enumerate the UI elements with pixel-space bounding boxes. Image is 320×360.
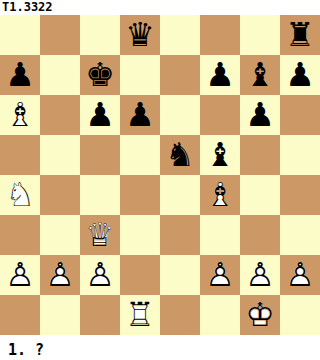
move-prompt: 1. ? <box>0 335 320 360</box>
white-king: ♚♔ <box>240 295 280 335</box>
square-a7[interactable]: ♟ <box>0 55 40 95</box>
square-g7[interactable]: ♝ <box>240 55 280 95</box>
square-g2[interactable]: ♟♙ <box>240 255 280 295</box>
square-d8[interactable]: ♛ <box>120 15 160 55</box>
black-bishop: ♝ <box>240 55 280 95</box>
square-h1[interactable] <box>280 295 320 335</box>
square-h7[interactable]: ♟ <box>280 55 320 95</box>
black-pawn: ♟ <box>80 95 120 135</box>
square-e6[interactable] <box>160 95 200 135</box>
square-g8[interactable] <box>240 15 280 55</box>
square-e2[interactable] <box>160 255 200 295</box>
black-pawn: ♟ <box>240 95 280 135</box>
square-b5[interactable] <box>40 135 80 175</box>
square-e4[interactable] <box>160 175 200 215</box>
square-b4[interactable] <box>40 175 80 215</box>
square-b7[interactable] <box>40 55 80 95</box>
square-f5[interactable]: ♝ <box>200 135 240 175</box>
square-h4[interactable] <box>280 175 320 215</box>
white-pawn: ♟♙ <box>240 255 280 295</box>
square-f3[interactable] <box>200 215 240 255</box>
square-e7[interactable] <box>160 55 200 95</box>
square-b8[interactable] <box>40 15 80 55</box>
square-a5[interactable] <box>0 135 40 175</box>
square-f1[interactable] <box>200 295 240 335</box>
square-d7[interactable] <box>120 55 160 95</box>
puzzle-title: T1.3322 <box>0 0 320 15</box>
square-e8[interactable] <box>160 15 200 55</box>
white-queen: ♛♕ <box>80 215 120 255</box>
square-c4[interactable] <box>80 175 120 215</box>
square-a6[interactable]: ♝♗ <box>0 95 40 135</box>
black-knight: ♞ <box>160 135 200 175</box>
square-b3[interactable] <box>40 215 80 255</box>
square-a8[interactable] <box>0 15 40 55</box>
square-f8[interactable] <box>200 15 240 55</box>
square-h3[interactable] <box>280 215 320 255</box>
square-a2[interactable]: ♟♙ <box>0 255 40 295</box>
square-c2[interactable]: ♟♙ <box>80 255 120 295</box>
square-h8[interactable]: ♜ <box>280 15 320 55</box>
square-b2[interactable]: ♟♙ <box>40 255 80 295</box>
black-rook: ♜ <box>280 15 320 55</box>
square-b6[interactable] <box>40 95 80 135</box>
square-d2[interactable] <box>120 255 160 295</box>
square-d5[interactable] <box>120 135 160 175</box>
square-g1[interactable]: ♚♔ <box>240 295 280 335</box>
white-pawn: ♟♙ <box>40 255 80 295</box>
chess-board: ♛♜♟♚♟♝♟♝♗♟♟♟♞♝♞♘♝♗♛♕♟♙♟♙♟♙♟♙♟♙♟♙♜♖♚♔ <box>0 15 320 335</box>
square-g5[interactable] <box>240 135 280 175</box>
black-king: ♚ <box>80 55 120 95</box>
square-a4[interactable]: ♞♘ <box>0 175 40 215</box>
square-g4[interactable] <box>240 175 280 215</box>
square-h2[interactable]: ♟♙ <box>280 255 320 295</box>
square-c1[interactable] <box>80 295 120 335</box>
black-pawn: ♟ <box>0 55 40 95</box>
white-pawn: ♟♙ <box>80 255 120 295</box>
square-c6[interactable]: ♟ <box>80 95 120 135</box>
square-g6[interactable]: ♟ <box>240 95 280 135</box>
black-queen: ♛ <box>120 15 160 55</box>
square-a3[interactable] <box>0 215 40 255</box>
square-f7[interactable]: ♟ <box>200 55 240 95</box>
square-d3[interactable] <box>120 215 160 255</box>
white-bishop: ♝♗ <box>200 175 240 215</box>
square-f6[interactable] <box>200 95 240 135</box>
square-h6[interactable] <box>280 95 320 135</box>
white-knight: ♞♘ <box>0 175 40 215</box>
square-f4[interactable]: ♝♗ <box>200 175 240 215</box>
square-e1[interactable] <box>160 295 200 335</box>
white-rook: ♜♖ <box>120 295 160 335</box>
square-d4[interactable] <box>120 175 160 215</box>
square-e3[interactable] <box>160 215 200 255</box>
square-c5[interactable] <box>80 135 120 175</box>
square-c8[interactable] <box>80 15 120 55</box>
white-pawn: ♟♙ <box>0 255 40 295</box>
square-f2[interactable]: ♟♙ <box>200 255 240 295</box>
black-pawn: ♟ <box>120 95 160 135</box>
black-bishop: ♝ <box>200 135 240 175</box>
square-e5[interactable]: ♞ <box>160 135 200 175</box>
square-a1[interactable] <box>0 295 40 335</box>
white-pawn: ♟♙ <box>200 255 240 295</box>
square-b1[interactable] <box>40 295 80 335</box>
square-h5[interactable] <box>280 135 320 175</box>
square-g3[interactable] <box>240 215 280 255</box>
square-c7[interactable]: ♚ <box>80 55 120 95</box>
square-d6[interactable]: ♟ <box>120 95 160 135</box>
white-bishop: ♝♗ <box>0 95 40 135</box>
square-d1[interactable]: ♜♖ <box>120 295 160 335</box>
white-pawn: ♟♙ <box>280 255 320 295</box>
square-c3[interactable]: ♛♕ <box>80 215 120 255</box>
black-pawn: ♟ <box>200 55 240 95</box>
black-pawn: ♟ <box>280 55 320 95</box>
